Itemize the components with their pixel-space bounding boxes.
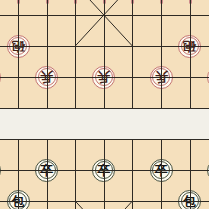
file-line-1-north (18, 0, 19, 108)
file-line-6-south (161, 139, 162, 209)
file-line-5-north (132, 0, 133, 108)
file-line-4-south (104, 139, 105, 209)
file-line-4-north (104, 0, 105, 108)
file-line-2-north (47, 0, 48, 108)
file-line-5-south (132, 139, 133, 209)
file-line-3-south (75, 139, 76, 209)
file-line-6-north (161, 0, 162, 108)
file-line-1-south (18, 139, 19, 209)
xiangqi-board[interactable]: 楚 河 漢 界 砲砲兵兵兵兵兵卒卒卒卒卒包包 (0, 0, 209, 209)
file-line-7-north (190, 0, 191, 108)
file-line-7-south (190, 139, 191, 209)
file-line-2-south (47, 139, 48, 209)
rank-line-4 (0, 108, 209, 109)
file-line-3-north (75, 0, 76, 108)
